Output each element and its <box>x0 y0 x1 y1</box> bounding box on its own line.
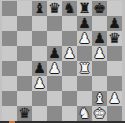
white-pawn: ♟ <box>48 61 61 76</box>
square-b5[interactable] <box>17 46 32 61</box>
square-d6[interactable] <box>47 31 62 46</box>
square-g6[interactable]: ♟ <box>92 31 107 46</box>
white-pawn: ♟ <box>33 76 46 91</box>
square-a8[interactable] <box>2 1 17 16</box>
square-h5[interactable] <box>107 46 122 61</box>
square-c1[interactable] <box>32 106 47 121</box>
square-c4[interactable]: ♟ <box>32 61 47 76</box>
square-f8[interactable]: ♜ <box>77 1 92 16</box>
square-c5[interactable] <box>32 46 47 61</box>
square-d8[interactable]: ♛ <box>47 1 62 16</box>
square-f7[interactable]: ♟ <box>77 16 92 31</box>
square-g7[interactable] <box>92 16 107 31</box>
square-e3[interactable] <box>62 76 77 91</box>
square-a3[interactable] <box>2 76 17 91</box>
black-queen: ♛ <box>48 1 61 16</box>
square-b4[interactable] <box>17 61 32 76</box>
chess-diagram: ♝♛♞♜♚♟♟♟♟♛♟♟♟♟♟♜♟♝♟♛♞♚ <box>0 0 125 123</box>
square-d3[interactable] <box>47 76 62 91</box>
white-bishop: ♝ <box>93 91 106 106</box>
square-g2[interactable]: ♝ <box>92 91 107 106</box>
square-h8[interactable] <box>107 1 122 16</box>
white-pawn: ♟ <box>63 46 76 61</box>
black-queen: ♛ <box>18 106 31 121</box>
white-pawn: ♟ <box>93 46 106 61</box>
square-c8[interactable]: ♝ <box>32 1 47 16</box>
square-e7[interactable] <box>62 16 77 31</box>
black-pawn: ♟ <box>78 16 91 31</box>
black-rook: ♜ <box>78 1 91 16</box>
square-d2[interactable] <box>47 91 62 106</box>
square-a5[interactable] <box>2 46 17 61</box>
square-f5[interactable] <box>77 46 92 61</box>
square-g3[interactable] <box>92 76 107 91</box>
black-queen: ♛ <box>108 31 121 46</box>
square-d4[interactable]: ♟ <box>47 61 62 76</box>
square-h4[interactable] <box>107 61 122 76</box>
square-e6[interactable] <box>62 31 77 46</box>
square-f2[interactable] <box>77 91 92 106</box>
square-h3[interactable] <box>107 76 122 91</box>
square-b3[interactable] <box>17 76 32 91</box>
square-g1[interactable]: ♚ <box>92 106 107 121</box>
square-c6[interactable] <box>32 31 47 46</box>
square-c2[interactable] <box>32 91 47 106</box>
black-pawn: ♟ <box>93 31 106 46</box>
square-h1[interactable] <box>107 106 122 121</box>
white-rook: ♜ <box>78 61 91 76</box>
square-d5[interactable]: ♟ <box>47 46 62 61</box>
square-f6[interactable]: ♟ <box>77 31 92 46</box>
black-pawn: ♟ <box>108 16 121 31</box>
square-e2[interactable] <box>62 91 77 106</box>
square-f1[interactable]: ♞ <box>77 106 92 121</box>
white-knight: ♞ <box>78 106 91 121</box>
board-bottom-edge <box>0 121 125 123</box>
square-h6[interactable]: ♛ <box>107 31 122 46</box>
black-pawn: ♟ <box>33 61 46 76</box>
square-e8[interactable]: ♞ <box>62 1 77 16</box>
square-b2[interactable] <box>17 91 32 106</box>
square-g4[interactable] <box>92 61 107 76</box>
square-e1[interactable] <box>62 106 77 121</box>
chess-board: ♝♛♞♜♚♟♟♟♟♛♟♟♟♟♟♜♟♝♟♛♞♚ <box>2 1 122 121</box>
square-e4[interactable] <box>62 61 77 76</box>
screen-artifact <box>9 121 15 123</box>
white-pawn: ♟ <box>78 31 91 46</box>
black-bishop: ♝ <box>33 1 46 16</box>
square-e5[interactable]: ♟ <box>62 46 77 61</box>
square-a7[interactable] <box>2 16 17 31</box>
square-h2[interactable]: ♟ <box>107 91 122 106</box>
square-f4[interactable]: ♜ <box>77 61 92 76</box>
black-knight: ♞ <box>63 1 76 16</box>
square-b8[interactable] <box>17 1 32 16</box>
square-a4[interactable] <box>2 61 17 76</box>
square-c3[interactable]: ♟ <box>32 76 47 91</box>
square-c7[interactable] <box>32 16 47 31</box>
square-b6[interactable] <box>17 31 32 46</box>
square-f3[interactable] <box>77 76 92 91</box>
square-a1[interactable] <box>2 106 17 121</box>
square-d7[interactable] <box>47 16 62 31</box>
white-pawn: ♟ <box>108 91 121 106</box>
square-g5[interactable]: ♟ <box>92 46 107 61</box>
square-b7[interactable] <box>17 16 32 31</box>
square-d1[interactable] <box>47 106 62 121</box>
black-pawn: ♟ <box>48 46 61 61</box>
square-a6[interactable] <box>2 31 17 46</box>
black-king: ♚ <box>93 1 106 16</box>
square-b1[interactable]: ♛ <box>17 106 32 121</box>
square-g8[interactable]: ♚ <box>92 1 107 16</box>
square-a2[interactable] <box>2 91 17 106</box>
white-king: ♚ <box>93 106 106 121</box>
square-h7[interactable]: ♟ <box>107 16 122 31</box>
